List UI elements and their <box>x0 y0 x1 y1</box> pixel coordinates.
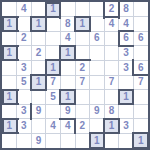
region-border-left-r8c3 <box>30 103 32 120</box>
digit: 3 <box>21 106 27 116</box>
cell-r8c3[interactable]: 9 <box>31 104 46 119</box>
region-border-left-r3c9 <box>118 30 120 47</box>
digit: 9 <box>36 106 42 116</box>
cell-r4c3[interactable]: 2 <box>31 46 46 61</box>
cell-r3c9[interactable]: 6 <box>119 31 134 46</box>
cell-r3c2[interactable]: 2 <box>17 31 32 46</box>
region-border-right-r9c8 <box>118 118 120 135</box>
digit: 1 <box>138 136 144 146</box>
digit: 9 <box>65 106 71 116</box>
region-border-right-r9c1 <box>16 118 18 135</box>
digit: 7 <box>109 77 115 87</box>
region-border-right-r1c4 <box>59 2 61 19</box>
digit: 1 <box>36 19 42 29</box>
digit: 1 <box>109 121 115 131</box>
region-border-right-r9c5 <box>74 118 76 135</box>
cell-r2c5[interactable]: 8 <box>60 17 75 32</box>
cell-r9c8-shaded[interactable]: 1 <box>104 119 119 134</box>
digit: 1 <box>7 48 13 58</box>
cell-r3c10[interactable]: 6 <box>133 31 148 46</box>
cell-r6c3-shaded[interactable]: 1 <box>31 75 46 90</box>
cell-r7c4[interactable]: 5 <box>46 90 61 105</box>
region-border-left-r2c3 <box>30 16 32 33</box>
region-border-top-r3c9 <box>118 30 135 32</box>
digit: 1 <box>50 63 56 73</box>
region-border-left-r2c1 <box>2 16 4 33</box>
digit: 9 <box>94 106 100 116</box>
digit: 6 <box>123 33 129 43</box>
fillomino-board: 4128118144246661213312365177771511399981… <box>0 0 150 150</box>
cell-r2c1-shaded[interactable]: 1 <box>2 17 17 32</box>
digit: 1 <box>123 92 129 102</box>
digit: 6 <box>138 33 144 43</box>
region-border-left-r10c10 <box>132 132 134 148</box>
cell-r8c5[interactable]: 9 <box>60 104 75 119</box>
cell-r5c4-shaded[interactable]: 1 <box>46 60 61 75</box>
digit: 2 <box>80 63 86 73</box>
digit: 8 <box>109 106 115 116</box>
digit: 1 <box>65 92 71 102</box>
digit: 3 <box>123 63 129 73</box>
region-border-right-r2c1 <box>16 16 18 33</box>
digit: 8 <box>65 19 71 29</box>
cell-r5c6[interactable]: 2 <box>75 60 90 75</box>
digit: 4 <box>50 121 56 131</box>
region-border-right-r7c5 <box>74 89 76 106</box>
region-border-bottom-r10c10 <box>132 147 148 148</box>
digit: 4 <box>21 4 27 14</box>
cell-r7c1-shaded[interactable]: 1 <box>2 90 17 105</box>
digit: 6 <box>138 63 144 73</box>
region-border-left-r2c6 <box>74 16 76 33</box>
cell-r6c8[interactable]: 7 <box>104 75 119 90</box>
cell-r1c4-shaded[interactable]: 1 <box>46 2 61 17</box>
cell-r6c10[interactable]: 7 <box>133 75 148 90</box>
region-border-bottom-r5c10 <box>132 74 148 76</box>
cell-r2c3-shaded[interactable]: 1 <box>31 17 46 32</box>
puzzle-screenshot: 4128118144246661213312365177771511399981… <box>0 0 150 150</box>
region-border-right-r10c10 <box>147 132 148 148</box>
digit: 6 <box>94 33 100 43</box>
cell-r4c1-shaded[interactable]: 1 <box>2 46 17 61</box>
cell-r5c9[interactable]: 3 <box>119 60 134 75</box>
cell-r8c7[interactable]: 9 <box>90 104 105 119</box>
digit: 1 <box>80 19 86 29</box>
region-border-right-r7c1 <box>16 89 18 106</box>
region-border-right-r4c1 <box>16 45 18 62</box>
region-border-top-r10c10 <box>132 132 148 134</box>
cell-r2c9[interactable]: 4 <box>119 17 134 32</box>
region-border-bottom-r3c9 <box>118 45 135 47</box>
region-border-left-r9c1 <box>2 118 4 135</box>
digit: 2 <box>109 4 115 14</box>
region-border-right-r10c7 <box>103 132 105 148</box>
cell-r3c7[interactable]: 6 <box>90 31 105 46</box>
digit: 9 <box>36 136 42 146</box>
cell-r3c5[interactable]: 4 <box>60 31 75 46</box>
cell-r4c9[interactable]: 3 <box>119 46 134 61</box>
cell-r6c6[interactable]: 7 <box>75 75 90 90</box>
region-border-left-r4c1 <box>2 45 4 62</box>
digit: 8 <box>123 4 129 14</box>
cell-r9c4[interactable]: 4 <box>46 119 61 134</box>
cell-r10c7-shaded[interactable]: 1 <box>90 133 105 148</box>
digit: 3 <box>123 121 129 131</box>
digit: 5 <box>21 77 27 87</box>
cell-r2c8[interactable]: 4 <box>104 17 119 32</box>
digit: 1 <box>7 19 13 29</box>
digit: 4 <box>109 19 115 29</box>
cell-r9c9[interactable]: 3 <box>119 119 134 134</box>
cell-r10c10-shaded[interactable]: 1 <box>133 133 148 148</box>
region-border-right-r1c8 <box>118 2 120 19</box>
digit: 2 <box>36 48 42 58</box>
digit: 1 <box>65 48 71 58</box>
region-border-left-r7c9 <box>118 89 120 106</box>
digit: 4 <box>123 19 129 29</box>
region-border-right-r7c9 <box>132 89 134 106</box>
cell-r8c2[interactable]: 3 <box>17 104 32 119</box>
digit: 1 <box>50 4 56 14</box>
cell-r9c5[interactable]: 4 <box>60 119 75 134</box>
cell-r6c2[interactable]: 5 <box>17 75 32 90</box>
cell-r9c2[interactable]: 3 <box>17 119 32 134</box>
region-border-left-r6c3 <box>30 74 32 91</box>
region-border-right-r6c3 <box>45 74 47 91</box>
digit: 1 <box>7 121 13 131</box>
cell-r1c8[interactable]: 2 <box>104 2 119 17</box>
cell-r9c1-shaded[interactable]: 1 <box>2 119 17 134</box>
cell-r7c9-shaded[interactable]: 1 <box>119 90 134 105</box>
cell-r8c8[interactable]: 8 <box>104 104 119 119</box>
digit: 3 <box>21 121 27 131</box>
digit: 5 <box>50 92 56 102</box>
cell-r5c2[interactable]: 3 <box>17 60 32 75</box>
region-border-right-r5c4 <box>59 59 61 76</box>
region-border-left-r1c8 <box>103 2 105 19</box>
region-border-left-r5c10 <box>132 59 134 76</box>
cell-r4c5-shaded[interactable]: 1 <box>60 46 75 61</box>
cell-r1c2[interactable]: 4 <box>17 2 32 17</box>
region-border-right-r2c3 <box>45 16 47 33</box>
region-border-left-r7c1 <box>2 89 4 106</box>
region-border-left-r7c5 <box>59 89 61 106</box>
digit: 7 <box>138 77 144 87</box>
digit: 3 <box>21 63 27 73</box>
region-border-left-r10c7 <box>89 132 91 148</box>
cell-r2c6-shaded[interactable]: 1 <box>75 17 90 32</box>
digit: 7 <box>80 77 86 87</box>
cell-r5c10[interactable]: 6 <box>133 60 148 75</box>
digit: 1 <box>94 136 100 146</box>
digit: 2 <box>80 121 86 131</box>
digit: 1 <box>36 77 42 87</box>
region-border-top-r5c6 <box>74 59 91 61</box>
digit: 4 <box>65 33 71 43</box>
digit: 2 <box>21 33 27 43</box>
digit: 1 <box>7 92 13 102</box>
digit: 3 <box>123 48 129 58</box>
cell-r6c4[interactable]: 7 <box>46 75 61 90</box>
cell-r7c5-shaded[interactable]: 1 <box>60 90 75 105</box>
cell-r9c6[interactable]: 2 <box>75 119 90 134</box>
digit: 4 <box>65 121 71 131</box>
cell-r1c9[interactable]: 8 <box>119 2 134 17</box>
region-border-right-r2c6 <box>89 16 91 33</box>
cell-r10c3[interactable]: 9 <box>31 133 46 148</box>
digit: 7 <box>50 77 56 87</box>
